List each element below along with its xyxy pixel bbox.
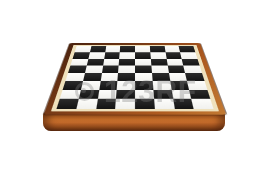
square-h2[interactable]	[189, 90, 210, 99]
square-b3[interactable]	[81, 81, 100, 90]
square-c1[interactable]	[96, 99, 116, 109]
square-d1[interactable]	[115, 99, 135, 109]
square-a1[interactable]	[56, 99, 78, 109]
square-d3[interactable]	[117, 81, 135, 90]
square-d2[interactable]	[116, 90, 135, 99]
chessboard-grid	[56, 46, 213, 109]
square-g2[interactable]	[171, 90, 191, 99]
square-d5[interactable]	[118, 66, 135, 73]
square-c6[interactable]	[103, 59, 120, 66]
square-h5[interactable]	[183, 66, 202, 73]
square-h1[interactable]	[191, 99, 213, 109]
square-c4[interactable]	[100, 73, 118, 81]
square-a2[interactable]	[60, 90, 81, 99]
chessboard-illustration: 123RF	[0, 0, 271, 186]
square-d4[interactable]	[118, 73, 135, 81]
square-e2[interactable]	[135, 90, 154, 99]
square-a6[interactable]	[70, 59, 88, 66]
square-e4[interactable]	[135, 73, 152, 81]
square-b6[interactable]	[87, 59, 104, 66]
square-f4[interactable]	[152, 73, 170, 81]
square-a3[interactable]	[63, 81, 83, 90]
square-g6[interactable]	[166, 59, 183, 66]
square-f3[interactable]	[152, 81, 171, 90]
square-b5[interactable]	[85, 66, 103, 73]
square-h6[interactable]	[182, 59, 200, 66]
board-scene	[59, 0, 211, 149]
square-g1[interactable]	[173, 99, 194, 109]
square-b2[interactable]	[79, 90, 99, 99]
square-g3[interactable]	[170, 81, 189, 90]
square-h4[interactable]	[185, 73, 204, 81]
square-g5[interactable]	[167, 66, 185, 73]
square-e1[interactable]	[135, 99, 155, 109]
square-g4[interactable]	[169, 73, 188, 81]
square-e6[interactable]	[135, 59, 151, 66]
square-b4[interactable]	[83, 73, 102, 81]
square-f2[interactable]	[153, 90, 173, 99]
square-f1[interactable]	[154, 99, 174, 109]
square-c3[interactable]	[99, 81, 118, 90]
square-f5[interactable]	[151, 66, 168, 73]
square-b1[interactable]	[76, 99, 97, 109]
square-c5[interactable]	[102, 66, 119, 73]
square-f6[interactable]	[151, 59, 168, 66]
square-c2[interactable]	[97, 90, 117, 99]
board-wooden-frame	[44, 43, 226, 114]
square-e5[interactable]	[135, 66, 152, 73]
square-h3[interactable]	[187, 81, 207, 90]
square-d6[interactable]	[119, 59, 135, 66]
square-a5[interactable]	[68, 66, 87, 73]
square-a4[interactable]	[65, 73, 84, 81]
square-e3[interactable]	[135, 81, 153, 90]
